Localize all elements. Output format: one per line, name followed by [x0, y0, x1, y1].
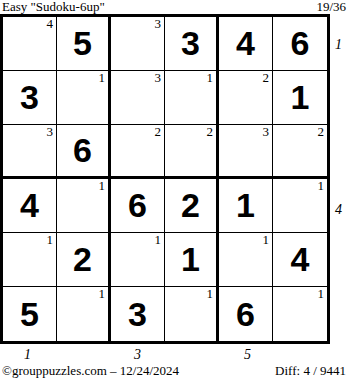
cell-r1c4[interactable]: 3: [165, 17, 219, 71]
cell-value: [57, 287, 108, 341]
cell-r2c2[interactable]: 1: [57, 71, 111, 125]
cell-r3c4[interactable]: 2: [165, 125, 219, 179]
col-label-1: 1: [0, 347, 55, 363]
cell-r3c1[interactable]: 3: [3, 125, 57, 179]
cell-value: 3: [111, 287, 164, 341]
cell-value: 5: [57, 17, 108, 70]
cell-r1c2[interactable]: 5: [57, 17, 111, 71]
cell-r6c1[interactable]: 5: [3, 287, 57, 341]
cell-r6c4[interactable]: 1: [165, 287, 219, 341]
col-label-5: 5: [220, 347, 275, 363]
cell-value: 5: [3, 287, 56, 341]
cell-r2c4[interactable]: 1: [165, 71, 219, 125]
cell-value: [57, 71, 108, 124]
row-label-2: [330, 72, 347, 127]
cell-value: [3, 125, 56, 176]
row-label-4: 4: [330, 182, 347, 237]
cell-value: 6: [57, 125, 108, 176]
cell-r4c6[interactable]: 1: [273, 179, 327, 233]
cell-r6c5[interactable]: 6: [219, 287, 273, 341]
cell-value: 6: [111, 179, 164, 232]
cell-value: [165, 287, 216, 341]
progress-counter: 19/36: [316, 0, 346, 13]
cell-value: [3, 233, 56, 286]
cell-value: [165, 125, 216, 176]
cell-r1c1[interactable]: 4: [3, 17, 57, 71]
header: Easy "Sudoku-6up" 19/36: [0, 0, 347, 14]
cell-value: 1: [165, 233, 216, 286]
cell-value: 4: [273, 233, 327, 286]
cell-r3c2[interactable]: 6: [57, 125, 111, 179]
row-label-1: 1: [330, 17, 347, 72]
cell-value: [3, 17, 56, 70]
cell-value: 3: [3, 71, 56, 124]
cell-r3c6[interactable]: 2: [273, 125, 327, 179]
cell-r6c2[interactable]: 1: [57, 287, 111, 341]
col-label-2: [55, 347, 110, 363]
cell-r1c5[interactable]: 4: [219, 17, 273, 71]
cell-value: [219, 125, 272, 176]
cell-r4c3[interactable]: 6: [111, 179, 165, 233]
cell-value: [111, 71, 164, 124]
cell-value: [219, 71, 272, 124]
cell-r2c1[interactable]: 3: [3, 71, 57, 125]
cell-r5c4[interactable]: 1: [165, 233, 219, 287]
cell-value: 2: [57, 233, 108, 286]
column-labels: 1 3 5: [0, 347, 330, 363]
cell-value: 1: [273, 71, 327, 124]
cell-value: 6: [219, 287, 272, 341]
cell-r3c3[interactable]: 2: [111, 125, 165, 179]
row-label-6: [330, 292, 347, 347]
cell-value: [111, 17, 164, 70]
cell-r5c6[interactable]: 4: [273, 233, 327, 287]
puzzle-title: Easy "Sudoku-6up": [2, 0, 105, 13]
board-area: 4 5 3 3 4 6 3 1 3 1 2 1 3 6 2 2 3 2 4 1 …: [0, 14, 347, 347]
cell-r6c3[interactable]: 3: [111, 287, 165, 341]
cell-value: [273, 287, 327, 341]
sudoku-board: 4 5 3 3 4 6 3 1 3 1 2 1 3 6 2 2 3 2 4 1 …: [0, 14, 330, 344]
cell-r3c5[interactable]: 3: [219, 125, 273, 179]
col-label-6: [275, 347, 330, 363]
cell-value: 2: [165, 179, 216, 232]
cell-value: [111, 125, 164, 176]
cell-r5c2[interactable]: 2: [57, 233, 111, 287]
cell-value: 3: [165, 17, 216, 70]
cell-r1c6[interactable]: 6: [273, 17, 327, 71]
cell-r4c2[interactable]: 1: [57, 179, 111, 233]
cell-r1c3[interactable]: 3: [111, 17, 165, 71]
cell-value: [57, 179, 108, 232]
cell-value: 4: [3, 179, 56, 232]
cell-r2c3[interactable]: 3: [111, 71, 165, 125]
col-label-3: 3: [110, 347, 165, 363]
cell-r2c5[interactable]: 2: [219, 71, 273, 125]
cell-r4c5[interactable]: 1: [219, 179, 273, 233]
row-label-5: [330, 237, 347, 292]
cell-r5c1[interactable]: 1: [3, 233, 57, 287]
footer-copyright-date: ©grouppuzzles.com – 12/24/2024: [2, 364, 179, 378]
cell-value: 6: [273, 17, 327, 70]
cell-value: [273, 125, 327, 176]
cell-r4c4[interactable]: 2: [165, 179, 219, 233]
cell-value: 1: [219, 179, 272, 232]
cell-value: [219, 233, 272, 286]
row-labels: 1 4: [330, 14, 347, 347]
footer: ©grouppuzzles.com – 12/24/2024 Diff: 4 /…: [0, 363, 347, 378]
footer-difficulty: Diff: 4 / 9441: [275, 364, 346, 378]
row-label-3: [330, 127, 347, 182]
cell-value: [165, 71, 216, 124]
cell-value: 4: [219, 17, 272, 70]
col-label-4: [165, 347, 220, 363]
cell-value: [111, 233, 164, 286]
cell-r5c3[interactable]: 1: [111, 233, 165, 287]
cell-r2c6[interactable]: 1: [273, 71, 327, 125]
cell-r5c5[interactable]: 1: [219, 233, 273, 287]
cell-r6c6[interactable]: 1: [273, 287, 327, 341]
cell-r4c1[interactable]: 4: [3, 179, 57, 233]
cell-value: [273, 179, 327, 232]
